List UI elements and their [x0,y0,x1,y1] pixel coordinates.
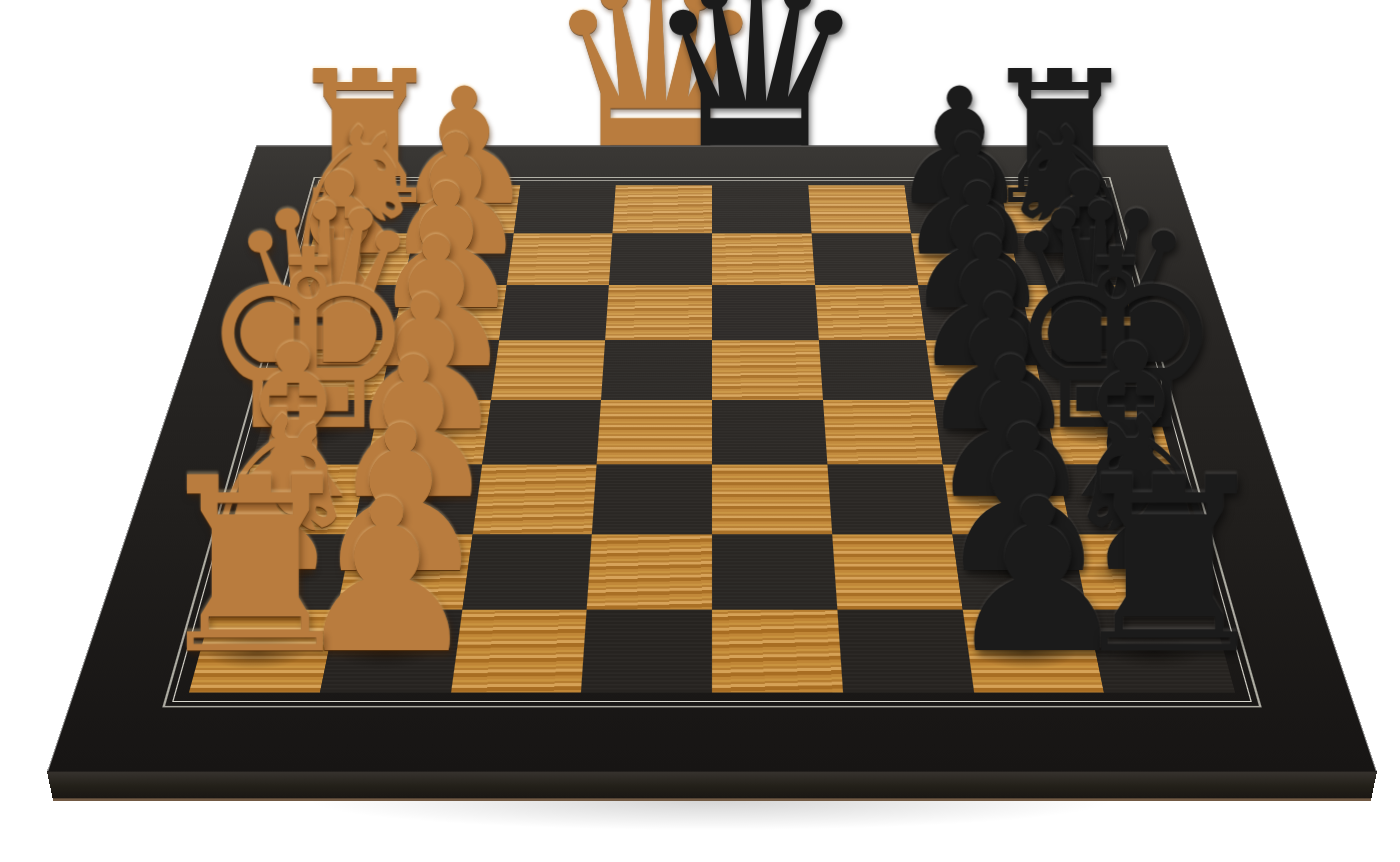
square-d1[interactable] [581,610,712,693]
square-d6[interactable] [605,285,712,340]
square-e5[interactable] [712,340,823,400]
square-e6[interactable] [712,285,819,340]
board-front-edge [47,771,1377,801]
square-e3[interactable] [712,464,832,534]
square-a1[interactable]: ♜ [189,610,337,693]
piece-black-rook[interactable]: ♜ [1060,446,1276,687]
square-e4[interactable] [712,400,827,464]
square-e1[interactable] [712,610,843,693]
square-d5[interactable] [601,340,712,400]
square-e7[interactable] [712,233,815,285]
square-e2[interactable] [712,534,837,610]
square-d4[interactable] [597,400,712,464]
square-d3[interactable] [592,464,712,534]
square-d7[interactable] [609,233,712,285]
piece-black-extra-queen[interactable]: ♛ [641,0,871,202]
square-h1[interactable]: ♜ [1087,610,1235,693]
board-squares: ♜♟♟♜♞♟♟♞♝♟♟♝♛♟♟♛♚♟♟♚♝♟♟♝♞♟♟♞♜♟♟♜ [189,185,1235,692]
square-d2[interactable] [587,534,712,610]
chess-board[interactable]: ♜♟♟♜♞♟♟♞♝♟♟♝♛♟♟♛♚♟♟♚♝♟♟♝♞♟♟♞♜♟♟♜ ♛ ♛ [48,146,1376,772]
piece-white-rook[interactable]: ♜ [147,446,363,687]
scene: ♜♟♟♜♞♟♟♞♝♟♟♝♛♟♟♛♚♟♟♚♝♟♟♝♞♟♟♞♜♟♟♜ ♛ ♛ [0,0,1400,862]
